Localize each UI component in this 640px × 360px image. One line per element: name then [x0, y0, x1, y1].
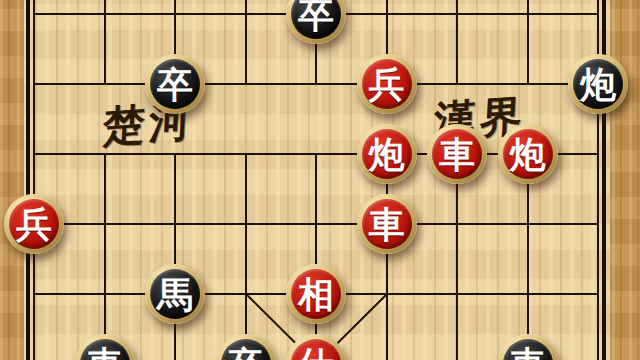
position-marker-f1r4 — [21, 1, 47, 27]
position-marker-f8r8 — [515, 281, 541, 307]
piece-glyph: 車 — [439, 136, 475, 172]
marker-corner — [303, 228, 312, 237]
marker-corner — [461, 228, 470, 237]
marker-corner — [444, 18, 453, 27]
piece-glyph: 仕 — [298, 346, 334, 360]
file-line-3 — [174, 153, 176, 360]
piece-face: 炮 — [573, 59, 623, 109]
marker-corner — [92, 298, 101, 307]
marker-corner — [585, 228, 594, 237]
piece-glyph: 卒 — [298, 0, 334, 32]
marker-corner — [303, 211, 312, 220]
piece-face: 兵 — [9, 199, 59, 249]
marker-corner — [585, 1, 594, 10]
piece-face: 相 — [291, 269, 341, 319]
piece-glyph: 車 — [369, 206, 405, 242]
marker-corner — [585, 211, 594, 220]
piece-red-cannon-f8r6[interactable]: 炮 — [498, 124, 558, 184]
position-marker-f7r7 — [444, 211, 470, 237]
piece-glyph: 兵 — [369, 66, 405, 102]
piece-black-soldier-f3r5[interactable]: 卒 — [145, 54, 205, 114]
marker-corner — [515, 281, 524, 290]
piece-glyph: 車 — [510, 346, 546, 360]
piece-face: 兵 — [362, 59, 412, 109]
piece-red-soldier-f6r5[interactable]: 兵 — [357, 54, 417, 114]
piece-face: 車 — [503, 339, 553, 360]
piece-face: 仕 — [291, 339, 341, 360]
piece-face: 卒 — [291, 0, 341, 39]
marker-corner — [38, 1, 47, 10]
file-line-8 — [527, 153, 529, 360]
position-marker-f9r4 — [585, 1, 611, 27]
rank-line-5 — [33, 83, 599, 85]
file-line-5 — [315, 153, 317, 360]
piece-glyph: 卒 — [157, 66, 193, 102]
marker-corner — [444, 228, 453, 237]
board-left-border — [26, 0, 30, 360]
position-marker-f5r7 — [303, 211, 329, 237]
file-line-7 — [456, 153, 458, 360]
marker-corner — [461, 211, 470, 220]
file-line-1 — [33, 0, 35, 360]
file-line-2 — [104, 153, 106, 360]
piece-black-cannon-f9r5[interactable]: 炮 — [568, 54, 628, 114]
marker-corner — [444, 1, 453, 10]
marker-corner — [461, 18, 470, 27]
marker-corner — [109, 281, 118, 290]
position-marker-f2r8 — [92, 281, 118, 307]
marker-corner — [461, 1, 470, 10]
marker-corner — [515, 298, 524, 307]
marker-corner — [92, 281, 101, 290]
position-marker-f7r4 — [444, 1, 470, 27]
marker-corner — [109, 298, 118, 307]
piece-black-horse-f3r8[interactable]: 馬 — [145, 264, 205, 324]
piece-face: 車 — [362, 199, 412, 249]
piece-face: 卒 — [221, 339, 271, 360]
marker-corner — [179, 1, 188, 10]
piece-face: 炮 — [362, 129, 412, 179]
marker-corner — [585, 18, 594, 27]
piece-face: 炮 — [503, 129, 553, 179]
piece-glyph: 炮 — [580, 66, 616, 102]
piece-face: 馬 — [150, 269, 200, 319]
position-marker-f3r7 — [162, 211, 188, 237]
piece-face: 卒 — [150, 59, 200, 109]
piece-glyph: 馬 — [157, 276, 193, 312]
position-marker-f9r7 — [585, 211, 611, 237]
piece-red-chariot-f6r7[interactable]: 車 — [357, 194, 417, 254]
piece-glyph: 炮 — [510, 136, 546, 172]
file-line-4 — [245, 153, 247, 360]
xiangqi-screenshot: 楚河 漢界 卒卒炮馬車卒車兵炮車炮兵車相仕 — [0, 0, 640, 360]
piece-glyph: 相 — [298, 276, 334, 312]
piece-red-chariot-f7r6[interactable]: 車 — [427, 124, 487, 184]
marker-corner — [179, 18, 188, 27]
piece-glyph: 卒 — [228, 346, 264, 360]
marker-corner — [162, 228, 171, 237]
piece-red-cannon-f6r6[interactable]: 炮 — [357, 124, 417, 184]
marker-corner — [162, 18, 171, 27]
piece-glyph: 兵 — [16, 206, 52, 242]
file-line-6 — [386, 153, 388, 360]
marker-corner — [320, 228, 329, 237]
piece-glyph: 炮 — [369, 136, 405, 172]
position-marker-f3r4 — [162, 1, 188, 27]
marker-corner — [38, 18, 47, 27]
piece-red-elephant-f5r8[interactable]: 相 — [286, 264, 346, 324]
piece-red-soldier-f1r7[interactable]: 兵 — [4, 194, 64, 254]
marker-corner — [320, 211, 329, 220]
marker-corner — [532, 281, 541, 290]
piece-face: 車 — [432, 129, 482, 179]
marker-corner — [162, 1, 171, 10]
marker-corner — [532, 298, 541, 307]
piece-glyph: 車 — [87, 346, 123, 360]
marker-corner — [179, 228, 188, 237]
marker-corner — [162, 211, 171, 220]
marker-corner — [444, 211, 453, 220]
piece-face: 車 — [80, 339, 130, 360]
marker-corner — [179, 211, 188, 220]
